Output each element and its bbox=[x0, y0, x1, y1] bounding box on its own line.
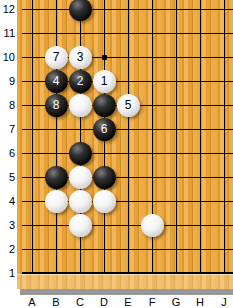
stone-black-B9[interactable]: 4 bbox=[45, 70, 68, 93]
move-number-label: 2 bbox=[77, 75, 84, 87]
stone-black-C6[interactable] bbox=[69, 142, 92, 165]
grid-hline-2 bbox=[22, 249, 233, 250]
grid-hline-12 bbox=[22, 9, 233, 10]
move-number-label: 6 bbox=[101, 123, 108, 135]
stone-black-D5[interactable] bbox=[93, 166, 116, 189]
stone-white-C5[interactable] bbox=[69, 166, 92, 189]
stone-white-C4[interactable] bbox=[69, 190, 92, 213]
star-point-D10 bbox=[102, 55, 107, 60]
grid-vline-H bbox=[200, 0, 201, 274]
col-label-A: A bbox=[24, 296, 40, 308]
col-label-G: G bbox=[168, 296, 184, 308]
grid-hline-6 bbox=[22, 153, 233, 154]
stone-white-D4[interactable] bbox=[93, 190, 116, 213]
col-label-F: F bbox=[144, 296, 160, 308]
move-number-label: 1 bbox=[101, 75, 108, 87]
stone-black-D8[interactable] bbox=[93, 94, 116, 117]
grid-vline-G bbox=[176, 0, 177, 274]
board-bottom-bevel bbox=[17, 274, 233, 290]
row-label-1: 1 bbox=[0, 267, 15, 279]
row-label-4: 4 bbox=[0, 195, 15, 207]
move-number-label: 4 bbox=[53, 75, 60, 87]
stone-black-C9[interactable]: 2 bbox=[69, 70, 92, 93]
stone-black-C12[interactable] bbox=[69, 0, 92, 21]
row-label-11: 11 bbox=[0, 27, 15, 39]
stone-white-C10[interactable]: 3 bbox=[69, 46, 92, 69]
row-label-6: 6 bbox=[0, 147, 15, 159]
stone-black-D7[interactable]: 6 bbox=[93, 118, 116, 141]
stone-white-B4[interactable] bbox=[45, 190, 68, 213]
stone-black-B8[interactable]: 8 bbox=[45, 94, 68, 117]
stone-white-D9[interactable]: 1 bbox=[93, 70, 116, 93]
row-label-7: 7 bbox=[0, 123, 15, 135]
stone-black-B5[interactable] bbox=[45, 166, 68, 189]
row-label-5: 5 bbox=[0, 171, 15, 183]
move-number-label: 5 bbox=[125, 99, 132, 111]
move-number-label: 7 bbox=[53, 51, 60, 63]
row-label-12: 12 bbox=[0, 3, 15, 15]
grid-hline-1 bbox=[22, 272, 233, 274]
grid-vline-B bbox=[56, 0, 57, 274]
col-label-B: B bbox=[48, 296, 64, 308]
grid-hline-11 bbox=[22, 33, 233, 34]
col-label-J: J bbox=[216, 296, 232, 308]
go-diagram: 24867315121110987654321ABCDEFGHJ bbox=[0, 0, 233, 308]
stone-white-B10[interactable]: 7 bbox=[45, 46, 68, 69]
stone-white-F3[interactable] bbox=[141, 214, 164, 237]
row-label-10: 10 bbox=[0, 51, 15, 63]
grid-vline-J bbox=[224, 0, 225, 274]
col-label-H: H bbox=[192, 296, 208, 308]
grid-hline-3 bbox=[22, 225, 233, 226]
move-number-label: 8 bbox=[53, 99, 60, 111]
grid-vline-E bbox=[128, 0, 129, 274]
grid-vline-A bbox=[32, 0, 33, 274]
col-label-E: E bbox=[120, 296, 136, 308]
col-label-C: C bbox=[72, 296, 88, 308]
col-label-D: D bbox=[96, 296, 112, 308]
row-label-9: 9 bbox=[0, 75, 15, 87]
move-number-label: 3 bbox=[77, 51, 84, 63]
stone-white-C8[interactable] bbox=[69, 94, 92, 117]
grid-hline-7 bbox=[22, 129, 233, 130]
board-wood[interactable] bbox=[17, 0, 233, 289]
stone-white-C3[interactable] bbox=[69, 214, 92, 237]
stone-white-E8[interactable]: 5 bbox=[117, 94, 140, 117]
row-label-8: 8 bbox=[0, 99, 15, 111]
row-label-2: 2 bbox=[0, 243, 15, 255]
board-drop-shadow bbox=[20, 289, 233, 295]
row-label-3: 3 bbox=[0, 219, 15, 231]
